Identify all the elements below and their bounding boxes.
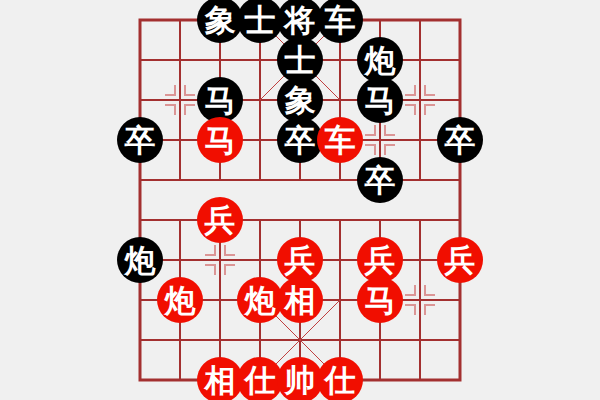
intersection-c3-r4[interactable] — [240, 160, 280, 200]
intersection-c4-r4[interactable] — [280, 160, 320, 200]
intersection-c2-r1[interactable] — [200, 40, 240, 80]
red-chariot[interactable]: 车 — [317, 117, 363, 163]
red-soldier[interactable]: 兵 — [197, 197, 243, 243]
intersection-c5-r6[interactable] — [320, 240, 360, 280]
intersection-c8-r5[interactable] — [440, 200, 480, 240]
intersection-c0-r8[interactable] — [120, 320, 160, 360]
intersection-c5-r2[interactable] — [320, 80, 360, 120]
red-horse[interactable]: 马 — [197, 117, 243, 163]
intersection-c6-r7[interactable]: 马 — [360, 280, 400, 320]
intersection-c2-r0[interactable]: 象 — [200, 0, 240, 40]
intersection-c4-r3[interactable]: 卒 — [280, 120, 320, 160]
intersection-c2-r4[interactable] — [200, 160, 240, 200]
intersection-c3-r0[interactable]: 士 — [240, 0, 280, 40]
intersection-c6-r2[interactable]: 马 — [360, 80, 400, 120]
intersection-c8-r7[interactable] — [440, 280, 480, 320]
board-grid: 象士将车士炮马象马卒马卒车卒卒兵炮兵兵兵炮炮相马相仕帅仕 — [120, 0, 480, 400]
intersection-c0-r1[interactable] — [120, 40, 160, 80]
intersection-c7-r0[interactable] — [400, 0, 440, 40]
intersection-c3-r9[interactable]: 仕 — [240, 360, 280, 400]
intersection-c7-r7[interactable] — [400, 280, 440, 320]
intersection-c2-r6[interactable] — [200, 240, 240, 280]
intersection-c8-r0[interactable] — [440, 0, 480, 40]
intersection-c5-r7[interactable] — [320, 280, 360, 320]
intersection-c4-r6[interactable]: 兵 — [280, 240, 320, 280]
red-cannon[interactable]: 炮 — [157, 277, 203, 323]
intersection-c2-r7[interactable] — [200, 280, 240, 320]
intersection-c6-r0[interactable] — [360, 0, 400, 40]
intersection-c1-r6[interactable] — [160, 240, 200, 280]
intersection-c4-r7[interactable]: 相 — [280, 280, 320, 320]
intersection-c8-r2[interactable] — [440, 80, 480, 120]
intersection-c2-r3[interactable]: 马 — [200, 120, 240, 160]
intersection-c6-r4[interactable]: 卒 — [360, 160, 400, 200]
intersection-c5-r3[interactable]: 车 — [320, 120, 360, 160]
intersection-c4-r0[interactable]: 将 — [280, 0, 320, 40]
red-advisor[interactable]: 仕 — [317, 357, 363, 400]
intersection-c1-r8[interactable] — [160, 320, 200, 360]
intersection-c7-r5[interactable] — [400, 200, 440, 240]
intersection-c2-r8[interactable] — [200, 320, 240, 360]
intersection-c4-r5[interactable] — [280, 200, 320, 240]
intersection-c7-r1[interactable] — [400, 40, 440, 80]
intersection-c1-r3[interactable] — [160, 120, 200, 160]
intersection-c1-r7[interactable]: 炮 — [160, 280, 200, 320]
intersection-c0-r5[interactable] — [120, 200, 160, 240]
xiangqi-app: { "game": "xiangqi", "position": { "fen"… — [0, 0, 600, 400]
black-chariot[interactable]: 车 — [317, 0, 363, 43]
intersection-c0-r2[interactable] — [120, 80, 160, 120]
intersection-c3-r5[interactable] — [240, 200, 280, 240]
intersection-c2-r5[interactable]: 兵 — [200, 200, 240, 240]
intersection-c0-r7[interactable] — [120, 280, 160, 320]
intersection-c6-r5[interactable] — [360, 200, 400, 240]
xiangqi-board: 象士将车士炮马象马卒马卒车卒卒兵炮兵兵兵炮炮相马相仕帅仕 — [120, 0, 480, 400]
red-horse[interactable]: 马 — [357, 277, 403, 323]
intersection-c7-r8[interactable] — [400, 320, 440, 360]
intersection-c3-r2[interactable] — [240, 80, 280, 120]
intersection-c7-r2[interactable] — [400, 80, 440, 120]
intersection-c3-r6[interactable] — [240, 240, 280, 280]
intersection-c0-r6[interactable]: 炮 — [120, 240, 160, 280]
intersection-c5-r1[interactable] — [320, 40, 360, 80]
intersection-c0-r0[interactable] — [120, 0, 160, 40]
intersection-c1-r4[interactable] — [160, 160, 200, 200]
intersection-c8-r9[interactable] — [440, 360, 480, 400]
intersection-c7-r4[interactable] — [400, 160, 440, 200]
intersection-c7-r6[interactable] — [400, 240, 440, 280]
black-soldier[interactable]: 卒 — [437, 117, 483, 163]
intersection-c5-r8[interactable] — [320, 320, 360, 360]
intersection-c8-r3[interactable]: 卒 — [440, 120, 480, 160]
intersection-c6-r1[interactable]: 炮 — [360, 40, 400, 80]
intersection-c8-r1[interactable] — [440, 40, 480, 80]
intersection-c6-r6[interactable]: 兵 — [360, 240, 400, 280]
black-soldier[interactable]: 卒 — [357, 157, 403, 203]
intersection-c3-r3[interactable] — [240, 120, 280, 160]
intersection-c7-r3[interactable] — [400, 120, 440, 160]
intersection-c8-r4[interactable] — [440, 160, 480, 200]
intersection-c1-r1[interactable] — [160, 40, 200, 80]
intersection-c4-r9[interactable]: 帅 — [280, 360, 320, 400]
intersection-c2-r9[interactable]: 相 — [200, 360, 240, 400]
intersection-c5-r4[interactable] — [320, 160, 360, 200]
intersection-c4-r1[interactable]: 士 — [280, 40, 320, 80]
intersection-c6-r8[interactable] — [360, 320, 400, 360]
intersection-c4-r2[interactable]: 象 — [280, 80, 320, 120]
intersection-c2-r2[interactable]: 马 — [200, 80, 240, 120]
black-soldier[interactable]: 卒 — [117, 117, 163, 163]
black-cannon[interactable]: 炮 — [117, 237, 163, 283]
intersection-c0-r3[interactable]: 卒 — [120, 120, 160, 160]
intersection-c1-r0[interactable] — [160, 0, 200, 40]
intersection-c4-r8[interactable] — [280, 320, 320, 360]
intersection-c0-r4[interactable] — [120, 160, 160, 200]
intersection-c5-r0[interactable]: 车 — [320, 0, 360, 40]
intersection-c1-r9[interactable] — [160, 360, 200, 400]
intersection-c3-r8[interactable] — [240, 320, 280, 360]
intersection-c1-r5[interactable] — [160, 200, 200, 240]
intersection-c6-r9[interactable] — [360, 360, 400, 400]
intersection-c8-r6[interactable]: 兵 — [440, 240, 480, 280]
intersection-c8-r8[interactable] — [440, 320, 480, 360]
intersection-c7-r9[interactable] — [400, 360, 440, 400]
intersection-c6-r3[interactable] — [360, 120, 400, 160]
intersection-c3-r7[interactable]: 炮 — [240, 280, 280, 320]
intersection-c5-r5[interactable] — [320, 200, 360, 240]
black-horse[interactable]: 马 — [357, 77, 403, 123]
intersection-c1-r2[interactable] — [160, 80, 200, 120]
red-soldier[interactable]: 兵 — [437, 237, 483, 283]
intersection-c5-r9[interactable]: 仕 — [320, 360, 360, 400]
intersection-c3-r1[interactable] — [240, 40, 280, 80]
intersection-c0-r9[interactable] — [120, 360, 160, 400]
red-elephant[interactable]: 相 — [277, 277, 323, 323]
